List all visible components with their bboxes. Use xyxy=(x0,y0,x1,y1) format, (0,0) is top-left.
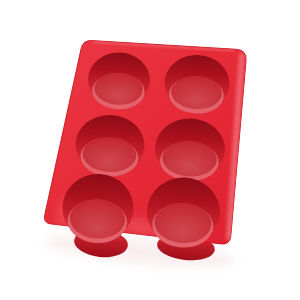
muffin-pan-illustration xyxy=(0,0,300,300)
product-image xyxy=(0,0,300,300)
